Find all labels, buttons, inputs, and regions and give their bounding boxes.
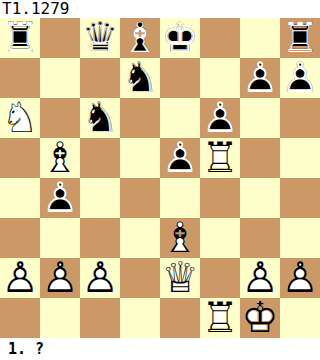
- square-h3[interactable]: [280, 218, 320, 258]
- white-bishop-piece: ♝♗: [160, 218, 200, 258]
- black-pawn-piece: ♟♙: [40, 178, 80, 218]
- square-g2[interactable]: ♟♙: [240, 258, 280, 298]
- square-f4[interactable]: [200, 178, 240, 218]
- square-a4[interactable]: [0, 178, 40, 218]
- black-knight-piece: ♞♘: [80, 98, 120, 138]
- square-c2[interactable]: ♟♙: [80, 258, 120, 298]
- square-e7[interactable]: [160, 58, 200, 98]
- square-h5[interactable]: [280, 138, 320, 178]
- square-a3[interactable]: [0, 218, 40, 258]
- square-c4[interactable]: [80, 178, 120, 218]
- square-f3[interactable]: [200, 218, 240, 258]
- square-e1[interactable]: [160, 298, 200, 338]
- square-a1[interactable]: [0, 298, 40, 338]
- square-a8[interactable]: ♜♖: [0, 18, 40, 58]
- white-pawn-piece: ♟♙: [0, 258, 40, 298]
- square-f7[interactable]: [200, 58, 240, 98]
- square-b5[interactable]: ♝♗: [40, 138, 80, 178]
- square-f2[interactable]: [200, 258, 240, 298]
- black-pawn-piece: ♟♙: [280, 58, 320, 98]
- square-c6[interactable]: ♞♘: [80, 98, 120, 138]
- white-knight-piece: ♞♘: [0, 98, 40, 138]
- square-b1[interactable]: [40, 298, 80, 338]
- square-g4[interactable]: [240, 178, 280, 218]
- square-e2[interactable]: ♛♕: [160, 258, 200, 298]
- square-d8[interactable]: ♝♗: [120, 18, 160, 58]
- square-a7[interactable]: [0, 58, 40, 98]
- square-d6[interactable]: [120, 98, 160, 138]
- square-g7[interactable]: ♟♙: [240, 58, 280, 98]
- square-f5[interactable]: ♜♖: [200, 138, 240, 178]
- square-d4[interactable]: [120, 178, 160, 218]
- square-d1[interactable]: [120, 298, 160, 338]
- square-d5[interactable]: [120, 138, 160, 178]
- square-b4[interactable]: ♟♙: [40, 178, 80, 218]
- square-e8[interactable]: ♚♔: [160, 18, 200, 58]
- square-c7[interactable]: [80, 58, 120, 98]
- square-b2[interactable]: ♟♙: [40, 258, 80, 298]
- square-h8[interactable]: ♜♖: [280, 18, 320, 58]
- square-c1[interactable]: [80, 298, 120, 338]
- white-pawn-piece: ♟♙: [280, 258, 320, 298]
- black-rook-piece: ♜♖: [0, 18, 40, 58]
- square-g5[interactable]: [240, 138, 280, 178]
- square-b7[interactable]: [40, 58, 80, 98]
- square-e5[interactable]: ♟♙: [160, 138, 200, 178]
- square-a5[interactable]: [0, 138, 40, 178]
- square-b3[interactable]: [40, 218, 80, 258]
- square-e6[interactable]: [160, 98, 200, 138]
- move-number-prompt: 1. ?: [8, 340, 44, 358]
- square-d2[interactable]: [120, 258, 160, 298]
- white-rook-piece: ♜♖: [200, 138, 240, 178]
- square-a2[interactable]: ♟♙: [0, 258, 40, 298]
- chess-board: ♜♖♛♕♝♗♚♔♜♖♞♘♟♙♟♙♞♘♞♘♟♙♝♗♟♙♜♖♟♙♝♗♟♙♟♙♟♙♛♕…: [0, 18, 320, 338]
- square-h6[interactable]: [280, 98, 320, 138]
- white-pawn-piece: ♟♙: [240, 258, 280, 298]
- black-rook-piece: ♜♖: [280, 18, 320, 58]
- square-d3[interactable]: [120, 218, 160, 258]
- square-h1[interactable]: [280, 298, 320, 338]
- white-bishop-piece: ♝♗: [40, 138, 80, 178]
- square-f6[interactable]: ♟♙: [200, 98, 240, 138]
- square-b6[interactable]: [40, 98, 80, 138]
- black-bishop-piece: ♝♗: [120, 18, 160, 58]
- square-h7[interactable]: ♟♙: [280, 58, 320, 98]
- square-c8[interactable]: ♛♕: [80, 18, 120, 58]
- white-pawn-piece: ♟♙: [80, 258, 120, 298]
- square-h2[interactable]: ♟♙: [280, 258, 320, 298]
- square-c3[interactable]: [80, 218, 120, 258]
- white-queen-piece: ♛♕: [160, 258, 200, 298]
- white-rook-piece: ♜♖: [200, 298, 240, 338]
- square-e4[interactable]: [160, 178, 200, 218]
- square-g8[interactable]: [240, 18, 280, 58]
- white-pawn-piece: ♟♙: [40, 258, 80, 298]
- square-f1[interactable]: ♜♖: [200, 298, 240, 338]
- black-king-piece: ♚♔: [160, 18, 200, 58]
- square-e3[interactable]: ♝♗: [160, 218, 200, 258]
- black-pawn-piece: ♟♙: [240, 58, 280, 98]
- black-pawn-piece: ♟♙: [200, 98, 240, 138]
- square-b8[interactable]: [40, 18, 80, 58]
- square-g1[interactable]: ♚♔: [240, 298, 280, 338]
- square-g6[interactable]: [240, 98, 280, 138]
- black-pawn-piece: ♟♙: [160, 138, 200, 178]
- square-g3[interactable]: [240, 218, 280, 258]
- square-c5[interactable]: [80, 138, 120, 178]
- square-a6[interactable]: ♞♘: [0, 98, 40, 138]
- square-h4[interactable]: [280, 178, 320, 218]
- black-queen-piece: ♛♕: [80, 18, 120, 58]
- square-d7[interactable]: ♞♘: [120, 58, 160, 98]
- black-knight-piece: ♞♘: [120, 58, 160, 98]
- white-king-piece: ♚♔: [240, 298, 280, 338]
- square-f8[interactable]: [200, 18, 240, 58]
